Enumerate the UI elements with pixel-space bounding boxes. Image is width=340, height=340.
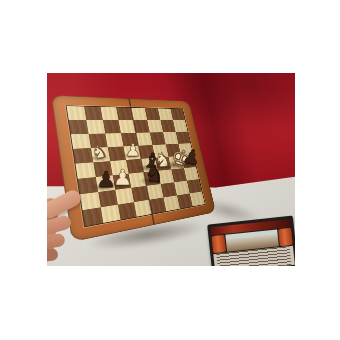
ring-finger (47, 248, 58, 262)
product-photo: ♞♟♝♞♚♟♟♟♞ (47, 73, 295, 266)
middle-finger (47, 233, 66, 250)
page-canvas: ♞♟♝♞♚♟♟♟♞ (0, 0, 340, 340)
card-cylinder-left (211, 235, 226, 253)
info-card (207, 216, 295, 266)
card-cylinder-right (278, 228, 293, 246)
